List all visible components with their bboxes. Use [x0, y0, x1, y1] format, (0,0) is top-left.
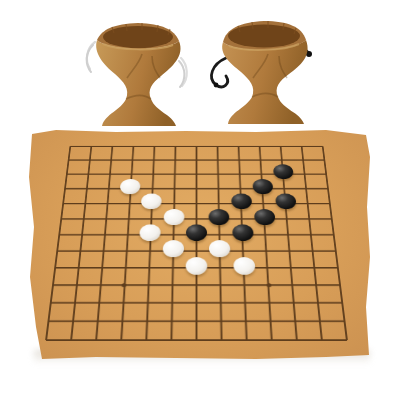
white-stone[interactable] [186, 257, 208, 275]
intersection[interactable] [121, 153, 143, 167]
intersection[interactable] [314, 153, 337, 167]
intersection[interactable] [291, 139, 314, 153]
intersection[interactable] [84, 312, 110, 331]
intersection[interactable] [33, 312, 60, 331]
intersection[interactable] [306, 294, 332, 312]
intersection[interactable] [98, 167, 121, 181]
intersection[interactable] [99, 153, 122, 167]
bag-body [96, 40, 180, 126]
white-stone[interactable] [233, 257, 255, 275]
intersection[interactable] [117, 196, 140, 211]
intersection[interactable] [277, 227, 301, 243]
intersection[interactable] [317, 181, 341, 196]
intersection[interactable] [209, 312, 234, 331]
intersection[interactable] [52, 181, 76, 196]
intersection[interactable] [207, 167, 229, 181]
intersection[interactable] [142, 153, 164, 167]
intersection[interactable] [324, 243, 350, 260]
intersection[interactable] [280, 277, 306, 295]
black-stone[interactable] [254, 209, 276, 225]
intersection[interactable] [122, 139, 144, 153]
intersection[interactable] [138, 227, 162, 243]
intersection[interactable] [54, 167, 78, 181]
intersection[interactable] [294, 167, 317, 181]
intersection[interactable] [309, 331, 336, 350]
black-stone[interactable] [186, 224, 207, 240]
intersection[interactable] [303, 259, 329, 276]
intersection[interactable] [92, 227, 116, 243]
intersection[interactable] [255, 243, 279, 260]
black-stone[interactable] [231, 194, 252, 210]
intersection[interactable] [109, 312, 135, 331]
intersection[interactable] [295, 181, 319, 196]
intersection[interactable] [79, 139, 102, 153]
intersection[interactable] [253, 211, 277, 227]
intersection[interactable] [164, 139, 186, 153]
intersection[interactable] [304, 277, 330, 295]
intersection[interactable] [184, 277, 208, 295]
intersection[interactable] [249, 139, 271, 153]
white-stone[interactable] [141, 194, 162, 210]
black-stone[interactable] [275, 194, 297, 210]
intersection[interactable] [48, 211, 73, 227]
intersection[interactable] [322, 227, 347, 243]
black-stone[interactable] [209, 209, 230, 225]
intersection[interactable] [184, 294, 209, 312]
intersection[interactable] [185, 259, 209, 276]
intersection[interactable] [258, 312, 284, 331]
intersection[interactable] [100, 139, 122, 153]
intersection[interactable] [140, 196, 163, 211]
black-stone[interactable] [232, 224, 254, 240]
intersection[interactable] [69, 227, 94, 243]
intersection[interactable] [56, 331, 83, 350]
star-point [266, 283, 271, 287]
intersection[interactable] [186, 139, 207, 153]
intersections [31, 139, 363, 350]
intersection[interactable] [186, 153, 208, 167]
intersection[interactable] [133, 331, 159, 350]
intersection[interactable] [136, 277, 161, 295]
intersection[interactable] [70, 211, 94, 227]
intersection[interactable] [58, 139, 81, 153]
intersection[interactable] [207, 153, 229, 167]
intersection[interactable] [110, 294, 136, 312]
intersection[interactable] [142, 167, 164, 181]
intersection[interactable] [38, 277, 64, 295]
black-stone[interactable] [252, 179, 273, 194]
intersection[interactable] [283, 312, 309, 331]
intersection[interactable] [316, 167, 340, 181]
intersection[interactable] [255, 259, 280, 276]
intersection[interactable] [312, 139, 335, 153]
intersection[interactable] [330, 294, 357, 312]
intersection[interactable] [278, 243, 303, 260]
intersection[interactable] [74, 181, 98, 196]
intersection[interactable] [107, 331, 134, 350]
intersection[interactable] [332, 312, 359, 331]
intersection[interactable] [164, 153, 186, 167]
intersection[interactable] [319, 196, 343, 211]
bag-body [222, 40, 307, 124]
intersection[interactable] [250, 153, 272, 167]
bag-interior [103, 26, 173, 48]
intersection[interactable] [257, 294, 283, 312]
intersection[interactable] [115, 227, 139, 243]
intersection[interactable] [45, 227, 70, 243]
intersection[interactable] [63, 277, 89, 295]
star-point [122, 283, 127, 287]
intersection[interactable] [56, 153, 79, 167]
white-stone[interactable] [163, 209, 184, 225]
intersection[interactable] [321, 211, 346, 227]
intersection[interactable] [160, 277, 185, 295]
intersection[interactable] [41, 259, 67, 276]
intersection[interactable] [230, 196, 253, 211]
intersection[interactable] [89, 259, 114, 276]
intersection[interactable] [134, 312, 160, 331]
intersection[interactable] [159, 312, 184, 331]
intersection[interactable] [207, 181, 229, 196]
intersection[interactable] [272, 167, 295, 181]
intersection[interactable] [276, 211, 300, 227]
intersection[interactable] [43, 243, 69, 260]
go-board[interactable] [45, 146, 348, 341]
intersection[interactable] [229, 167, 251, 181]
intersection[interactable] [87, 277, 113, 295]
intersection[interactable] [229, 153, 251, 167]
intersection[interactable] [335, 331, 363, 350]
intersection[interactable] [161, 243, 185, 260]
intersection[interactable] [298, 211, 322, 227]
intersection[interactable] [93, 211, 117, 227]
white-stone[interactable] [140, 224, 162, 240]
intersection[interactable] [301, 243, 326, 260]
intersection[interactable] [143, 139, 165, 153]
intersection[interactable] [300, 227, 325, 243]
intersection[interactable] [72, 196, 96, 211]
intersection[interactable] [259, 331, 286, 350]
intersection[interactable] [293, 153, 316, 167]
intersection[interactable] [95, 196, 119, 211]
intersection[interactable] [328, 277, 354, 295]
intersection[interactable] [232, 259, 256, 276]
intersection[interactable] [65, 259, 91, 276]
intersection[interactable] [159, 294, 184, 312]
intersection[interactable] [270, 139, 292, 153]
intersection[interactable] [207, 139, 229, 153]
intersection[interactable] [58, 312, 85, 331]
intersection[interactable] [208, 211, 231, 227]
intersection[interactable] [308, 312, 335, 331]
intersection[interactable] [279, 259, 304, 276]
intersection[interactable] [209, 331, 235, 350]
intersection[interactable] [137, 259, 161, 276]
intersection[interactable] [274, 196, 298, 211]
intersection[interactable] [162, 211, 185, 227]
intersection[interactable] [234, 331, 260, 350]
intersection[interactable] [209, 294, 234, 312]
intersection[interactable] [77, 153, 100, 167]
intersection[interactable] [251, 181, 274, 196]
intersection[interactable] [31, 331, 59, 350]
intersection[interactable] [82, 331, 109, 350]
intersection[interactable] [114, 243, 138, 260]
intersection[interactable] [208, 259, 232, 276]
product-photo [0, 0, 400, 400]
white-stone[interactable] [209, 240, 231, 257]
intersection[interactable] [135, 294, 160, 312]
intersection[interactable] [158, 331, 184, 350]
intersection[interactable] [185, 196, 208, 211]
intersection[interactable] [137, 243, 161, 260]
white-stone[interactable] [162, 240, 184, 257]
intersection[interactable] [67, 243, 92, 260]
stone-bag-left [82, 20, 194, 126]
intersection[interactable] [50, 196, 74, 211]
intersection[interactable] [186, 167, 208, 181]
intersection[interactable] [233, 294, 258, 312]
white-stone[interactable] [120, 179, 141, 194]
black-stone[interactable] [273, 165, 294, 180]
intersection[interactable] [161, 259, 185, 276]
intersection[interactable] [119, 181, 142, 196]
intersection[interactable] [96, 181, 119, 196]
intersection[interactable] [76, 167, 99, 181]
intersection[interactable] [234, 312, 260, 331]
intersection[interactable] [90, 243, 115, 260]
intersection[interactable] [184, 331, 209, 350]
stone-bag-right [206, 16, 322, 124]
intersection[interactable] [164, 167, 186, 181]
intersection[interactable] [256, 277, 281, 295]
intersection[interactable] [163, 181, 185, 196]
intersection[interactable] [111, 277, 136, 295]
intersection[interactable] [284, 331, 311, 350]
intersection[interactable] [85, 294, 111, 312]
intersection[interactable] [326, 259, 352, 276]
intersection[interactable] [36, 294, 63, 312]
intersection[interactable] [116, 211, 140, 227]
intersection[interactable] [208, 243, 232, 260]
intersection[interactable] [297, 196, 321, 211]
intersection[interactable] [113, 259, 138, 276]
intersection[interactable] [254, 227, 278, 243]
intersection[interactable] [61, 294, 87, 312]
intersection[interactable] [208, 277, 233, 295]
intersection[interactable] [185, 227, 208, 243]
intersection[interactable] [185, 181, 207, 196]
intersection[interactable] [228, 139, 250, 153]
intersection[interactable] [184, 312, 209, 331]
intersection[interactable] [231, 227, 255, 243]
intersection[interactable] [282, 294, 308, 312]
intersection[interactable] [232, 277, 257, 295]
